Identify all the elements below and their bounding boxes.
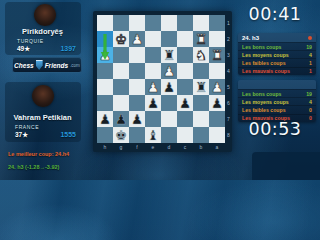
file-label-b: b	[193, 143, 209, 151]
square-b3[interactable]: ♞	[193, 47, 209, 63]
square-a3[interactable]: ♜	[209, 47, 225, 63]
square-f2[interactable]: ♟	[129, 31, 145, 47]
square-e4[interactable]	[145, 63, 161, 79]
move-quality-row: Les moyens coups4	[238, 97, 316, 105]
move-quality-dot	[308, 36, 312, 40]
logo-text-domain: .com	[70, 63, 80, 68]
move-table-header-top: 24. h3	[238, 33, 316, 42]
square-f1[interactable]	[129, 15, 145, 31]
square-h8[interactable]	[97, 127, 113, 143]
player-stars-top: 49★	[17, 45, 30, 53]
last-move-label: 24. h3	[242, 35, 259, 41]
file-label-a: a	[209, 143, 225, 151]
square-c6[interactable]: ♟	[177, 95, 193, 111]
square-d7[interactable]	[161, 111, 177, 127]
square-e2[interactable]	[145, 31, 161, 47]
square-h4[interactable]	[97, 63, 113, 79]
black-bishop: ♝	[147, 127, 159, 143]
white-pawn: ♟	[163, 63, 175, 79]
move-table-rows-top: Les bons coups19Les moyens coups4Les fai…	[238, 42, 316, 75]
background-shape	[252, 152, 320, 180]
square-g2[interactable]: ♚	[113, 31, 129, 47]
rank-label-8: 8	[225, 127, 232, 143]
square-a7[interactable]	[209, 111, 225, 127]
move-quality-label: Les faibles coups	[242, 60, 286, 66]
square-c4[interactable]	[177, 63, 193, 79]
square-b2[interactable]: ♜	[193, 31, 209, 47]
square-a5[interactable]: ♟	[209, 79, 225, 95]
square-h2[interactable]	[97, 31, 113, 47]
black-rook: ♜	[195, 79, 207, 95]
square-b6[interactable]	[193, 95, 209, 111]
rank-labels: 12345678	[225, 15, 232, 143]
rank-label-7: 7	[225, 111, 232, 127]
move-quality-row: Les mauvais coups1	[238, 67, 316, 75]
square-a6[interactable]: ♟	[209, 95, 225, 111]
board: ♚♟♜♟♜♞♜♟♟♟♜♟♟♟♟♟♟♟♚♝	[97, 15, 225, 143]
white-knight: ♞	[195, 47, 207, 63]
white-king: ♚	[115, 31, 127, 47]
square-f3[interactable]	[129, 47, 145, 63]
square-d1[interactable]	[161, 15, 177, 31]
white-pawn: ♟	[147, 79, 159, 95]
move-quality-label: Les bons coups	[242, 91, 282, 97]
move-quality-label: Les moyens coups	[242, 99, 289, 105]
black-rook: ♜	[163, 47, 175, 63]
square-d8[interactable]	[161, 127, 177, 143]
rank-label-2: 2	[225, 31, 232, 47]
square-b5[interactable]: ♜	[193, 79, 209, 95]
square-g6[interactable]	[113, 95, 129, 111]
move-table-rows-bottom: Les bons coups19Les moyens coups4Les fai…	[238, 89, 316, 122]
black-pawn: ♟	[115, 111, 127, 127]
square-h5[interactable]	[97, 79, 113, 95]
move-quality-value: 1	[309, 68, 312, 74]
white-rook: ♜	[195, 31, 207, 47]
white-rook: ♜	[211, 47, 223, 63]
black-pawn: ♟	[131, 111, 143, 127]
black-pawn: ♟	[99, 111, 111, 127]
square-b7[interactable]	[193, 111, 209, 127]
square-e5[interactable]: ♟	[145, 79, 161, 95]
white-pawn: ♟	[131, 31, 143, 47]
rank-label-3: 3	[225, 47, 232, 63]
square-b1[interactable]	[193, 15, 209, 31]
player-country-bottom: FRANCE	[15, 124, 39, 130]
square-d5[interactable]: ♟	[161, 79, 177, 95]
square-a2[interactable]	[209, 31, 225, 47]
square-g4[interactable]	[113, 63, 129, 79]
square-g8[interactable]: ♚	[113, 127, 129, 143]
white-pawn: ♟	[99, 47, 111, 63]
square-e8[interactable]: ♝	[145, 127, 161, 143]
square-g3[interactable]	[113, 47, 129, 63]
rank-label-6: 6	[225, 95, 232, 111]
square-a8[interactable]	[209, 127, 225, 143]
square-f5[interactable]	[129, 79, 145, 95]
move-quality-value: 4	[309, 99, 312, 105]
square-c8[interactable]	[177, 127, 193, 143]
move-quality-table-bottom: Les bons coups19Les moyens coups4Les fai…	[238, 80, 316, 122]
player-rating-bottom: 1555	[46, 131, 76, 138]
move-quality-table-top: 24. h3 Les bons coups19Les moyens coups4…	[238, 33, 316, 75]
move-quality-label: Les mauvais coups	[242, 68, 290, 74]
square-c1[interactable]	[177, 15, 193, 31]
clock-top: 00:41	[232, 4, 318, 24]
square-b4[interactable]	[193, 63, 209, 79]
rank-label-5: 5	[225, 79, 232, 95]
square-g7[interactable]: ♟	[113, 111, 129, 127]
logo-text-friends: Friends	[45, 62, 68, 69]
move-quality-row: Les bons coups19	[238, 89, 316, 97]
square-f6[interactable]	[129, 95, 145, 111]
file-labels: hgfedcba	[97, 143, 225, 151]
square-e3[interactable]	[145, 47, 161, 63]
black-pawn: ♟	[179, 95, 191, 111]
square-h6[interactable]	[97, 95, 113, 111]
black-king: ♚	[115, 127, 127, 143]
file-label-g: g	[113, 143, 129, 151]
move-quality-label: Les moyens coups	[242, 52, 289, 58]
rank-label-4: 4	[225, 63, 232, 79]
played-move-eval-text: 24. h3 (-1.28→-3.92)	[8, 164, 158, 170]
player-stars-bottom: 37★	[15, 131, 28, 139]
move-quality-row: Les moyens coups4	[238, 50, 316, 58]
player-avatar-bottom	[32, 85, 54, 107]
black-pawn: ♟	[211, 95, 223, 111]
move-quality-row: Les bons coups19	[238, 42, 316, 50]
file-label-h: h	[97, 143, 113, 151]
move-quality-value: 4	[309, 52, 312, 58]
square-f7[interactable]: ♟	[129, 111, 145, 127]
square-h3[interactable]: ♟	[97, 47, 113, 63]
file-label-e: e	[145, 143, 161, 151]
player-rating-top: 1397	[46, 45, 76, 52]
square-g1[interactable]	[113, 15, 129, 31]
move-quality-label: Les faibles coups	[242, 107, 286, 113]
move-quality-value: 19	[306, 44, 312, 50]
file-label-d: d	[161, 143, 177, 151]
square-c5[interactable]	[177, 79, 193, 95]
file-label-c: c	[177, 143, 193, 151]
square-f4[interactable]	[129, 63, 145, 79]
player-name-top: Pîrikdoryêş	[0, 27, 85, 36]
square-b8[interactable]	[193, 127, 209, 143]
rank-label-1: 1	[225, 15, 232, 31]
square-d6[interactable]	[161, 95, 177, 111]
shield-icon	[36, 60, 43, 70]
square-h7[interactable]: ♟	[97, 111, 113, 127]
square-f8[interactable]	[129, 127, 145, 143]
move-quality-row: Les faibles coups0	[238, 105, 316, 113]
square-e1[interactable]	[145, 15, 161, 31]
move-quality-label: Les bons coups	[242, 44, 282, 50]
square-d4[interactable]: ♟	[161, 63, 177, 79]
black-pawn: ♟	[163, 79, 175, 95]
square-c2[interactable]	[177, 31, 193, 47]
square-e7[interactable]	[145, 111, 161, 127]
logo-text-chess: Chess	[14, 62, 34, 69]
black-pawn: ♟	[147, 95, 159, 111]
move-quality-value: 1	[309, 60, 312, 66]
board-frame: ♚♟♜♟♜♞♜♟♟♟♜♟♟♟♟♟♟♟♚♝ hgfedcba 12345678	[93, 11, 232, 152]
square-a1[interactable]	[209, 15, 225, 31]
clock-bottom: 00:53	[232, 119, 318, 139]
square-a4[interactable]	[209, 63, 225, 79]
player-country-top: TURQUIE	[17, 38, 44, 44]
square-d2[interactable]	[161, 31, 177, 47]
player-name-bottom: Vahram Petikian	[0, 113, 85, 122]
move-table-header-bottom	[238, 80, 316, 89]
player-avatar-top	[34, 4, 56, 26]
file-label-f: f	[129, 143, 145, 151]
move-quality-value: 19	[306, 91, 312, 97]
square-h1[interactable]	[97, 15, 113, 31]
square-g5[interactable]	[113, 79, 129, 95]
chessfriends-logo: Chess Friends .com	[12, 57, 82, 73]
square-c3[interactable]	[177, 47, 193, 63]
move-quality-row: Les faibles coups1	[238, 58, 316, 66]
square-c7[interactable]	[177, 111, 193, 127]
white-pawn: ♟	[211, 79, 223, 95]
square-e6[interactable]: ♟	[145, 95, 161, 111]
square-d3[interactable]: ♜	[161, 47, 177, 63]
move-quality-value: 0	[309, 107, 312, 113]
